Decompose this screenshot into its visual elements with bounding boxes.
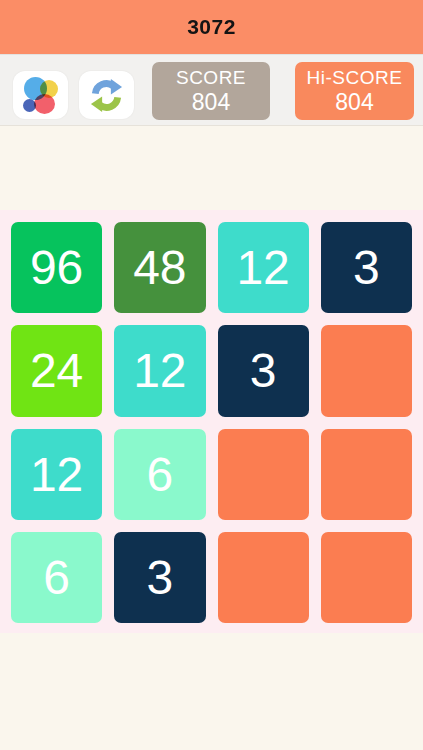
board-grid: 96481232412312663 [11,222,412,623]
bubble-pink [34,94,55,114]
hiscore-box: Hi-SCORE 804 [295,62,414,120]
score-value: 804 [192,89,230,115]
empty-cell-r3c4 [321,429,412,520]
refresh-icon [88,78,125,113]
score-box: SCORE 804 [152,62,270,120]
app-screen: 3072 SCORE 804 Hi-SCORE 804 [0,0,423,750]
restart-button[interactable] [79,71,134,119]
game-center-button[interactable] [13,71,68,119]
tile-24-r2c1: 24 [11,325,102,416]
toolbar: SCORE 804 Hi-SCORE 804 [0,54,423,126]
score-label: SCORE [176,67,246,89]
app-title: 3072 [187,15,236,39]
tile-48-r1c2: 48 [114,222,205,313]
tile-3-r2c3: 3 [218,325,309,416]
tile-12-r2c2: 12 [114,325,205,416]
empty-cell-r3c3 [218,429,309,520]
bubble-indigo [23,99,36,112]
tile-6-r4c1: 6 [11,532,102,623]
hiscore-label: Hi-SCORE [307,67,403,89]
tile-3-r4c2: 3 [114,532,205,623]
tile-96-r1c1: 96 [11,222,102,313]
hiscore-value: 804 [335,89,373,115]
tile-12-r1c3: 12 [218,222,309,313]
empty-cell-r4c3 [218,532,309,623]
game-center-icon [22,77,60,114]
empty-cell-r2c4 [321,325,412,416]
empty-cell-r4c4 [321,532,412,623]
game-board[interactable]: 96481232412312663 [0,210,423,633]
tile-6-r3c2: 6 [114,429,205,520]
tile-3-r1c4: 3 [321,222,412,313]
tile-12-r3c1: 12 [11,429,102,520]
title-bar: 3072 [0,0,423,54]
